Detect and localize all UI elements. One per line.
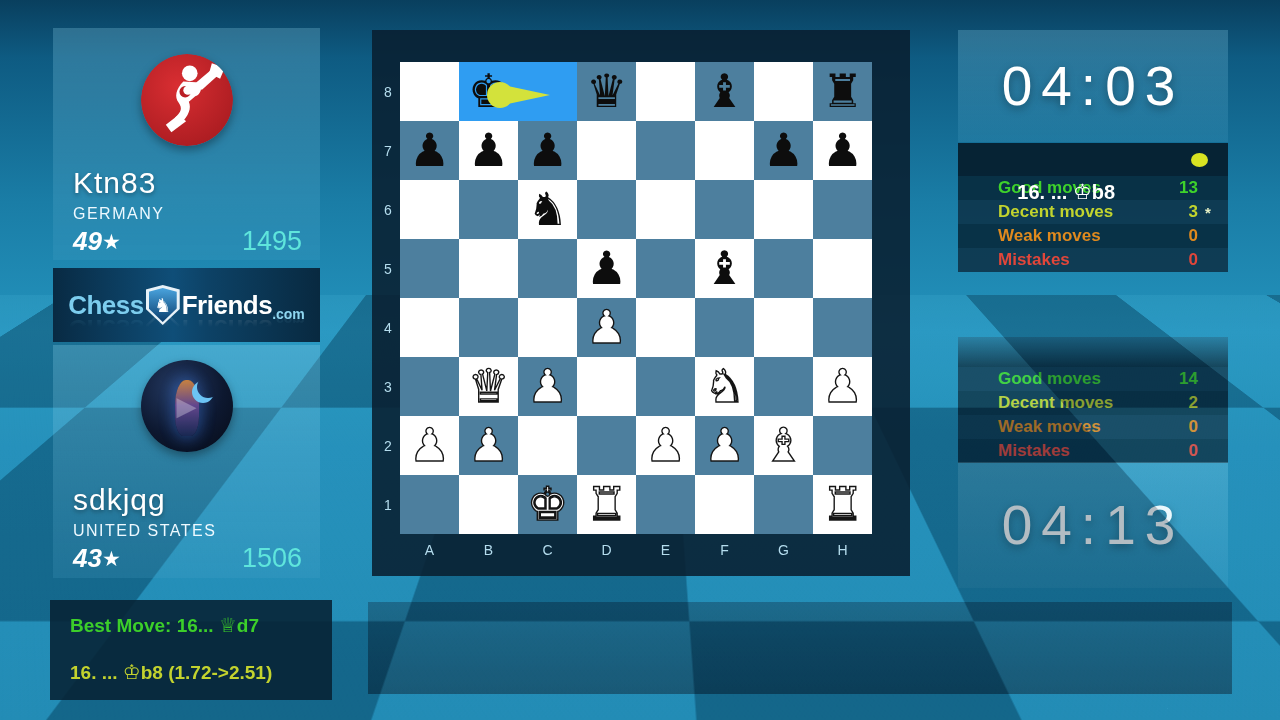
square-c8[interactable] xyxy=(518,62,577,121)
rank-label-8: 8 xyxy=(379,62,397,121)
piece-white-pawn: ♟ xyxy=(586,298,627,357)
piece-white-pawn: ♟ xyxy=(527,357,568,416)
square-g3[interactable] xyxy=(754,357,813,416)
square-d2[interactable] xyxy=(577,416,636,475)
file-label-e: E xyxy=(636,542,695,558)
square-f1[interactable] xyxy=(695,475,754,534)
clock-top: 04:03 xyxy=(958,30,1228,142)
rank-label-6: 6 xyxy=(379,180,397,239)
stat-value: 3 xyxy=(1152,202,1198,222)
stats-spacer xyxy=(958,337,1228,367)
square-d5[interactable]: ♟ xyxy=(577,239,636,298)
square-d3[interactable] xyxy=(577,357,636,416)
rank-label-3: 3 xyxy=(379,357,397,416)
piece-white-knight: ♞ xyxy=(704,357,745,416)
piece-black-pawn: ♟ xyxy=(822,121,863,180)
avatar-bottom: ▶ xyxy=(141,360,233,452)
square-b6[interactable] xyxy=(459,180,518,239)
shield-logo-icon: ♞ xyxy=(146,285,180,325)
square-f7[interactable] xyxy=(695,121,754,180)
square-e8[interactable] xyxy=(636,62,695,121)
square-f4[interactable] xyxy=(695,298,754,357)
square-g2[interactable]: ♝ xyxy=(754,416,813,475)
file-label-c: C xyxy=(518,542,577,558)
square-e5[interactable] xyxy=(636,239,695,298)
piece-black-bishop: ♝ xyxy=(704,62,745,121)
piece-white-rook: ♜ xyxy=(586,475,627,534)
square-c1[interactable]: ♚ xyxy=(518,475,577,534)
play-icon: ▶ xyxy=(177,391,197,421)
square-a4[interactable] xyxy=(400,298,459,357)
piece-black-pawn: ♟ xyxy=(586,239,627,298)
rank-labels: 87654321 xyxy=(379,62,397,534)
square-g4[interactable] xyxy=(754,298,813,357)
stat-row-good-moves: Good moves14 xyxy=(958,367,1228,391)
rank-label-2: 2 xyxy=(379,416,397,475)
square-e2[interactable]: ♟ xyxy=(636,416,695,475)
square-h4[interactable] xyxy=(813,298,872,357)
app-root: Ktn83 GERMANY 49★ 1495 Chess ♞ Friends .… xyxy=(0,0,1280,720)
square-b3[interactable]: ♛ xyxy=(459,357,518,416)
shield-inner: ♞ xyxy=(149,288,177,322)
piece-black-queen: ♛ xyxy=(586,62,627,121)
square-g7[interactable]: ♟ xyxy=(754,121,813,180)
logo-text-friends: Friends xyxy=(182,290,272,321)
square-a2[interactable]: ♟ xyxy=(400,416,459,475)
piece-black-pawn: ♟ xyxy=(409,121,450,180)
analysis-panel-top: 16. ... ♔b8 Good moves13Decent moves3*We… xyxy=(958,143,1228,272)
file-label-f: F xyxy=(695,542,754,558)
knight-icon: ♞ xyxy=(154,296,171,315)
stat-value: 0 xyxy=(1152,250,1198,270)
piece-white-rook: ♜ xyxy=(822,475,863,534)
player-rating: 1506 xyxy=(242,543,302,574)
analysis-panel-bottom: Good moves14Decent moves2Weak moves0Mist… xyxy=(958,337,1228,463)
stat-value: 0 xyxy=(1152,441,1198,461)
square-b1[interactable] xyxy=(459,475,518,534)
square-e7[interactable] xyxy=(636,121,695,180)
square-d4[interactable]: ♟ xyxy=(577,298,636,357)
stat-label: Mistakes xyxy=(958,441,1152,461)
rank-label-1: 1 xyxy=(379,475,397,534)
square-b8[interactable]: ♚ xyxy=(459,62,518,121)
stat-value: 2 xyxy=(1152,393,1198,413)
crescent-icon xyxy=(197,376,219,398)
square-g6[interactable] xyxy=(754,180,813,239)
player-card-top: Ktn83 GERMANY 49★ 1495 xyxy=(53,28,320,260)
square-f5[interactable]: ♝ xyxy=(695,239,754,298)
square-c5[interactable] xyxy=(518,239,577,298)
move-stats-bottom: Good moves14Decent moves2Weak moves0Mist… xyxy=(958,367,1228,463)
square-c6[interactable]: ♞ xyxy=(518,180,577,239)
stat-label: Decent moves xyxy=(958,393,1152,413)
star-icon: ★ xyxy=(102,547,121,571)
king-icon: ♔ xyxy=(123,660,141,684)
square-d6[interactable] xyxy=(577,180,636,239)
square-b2[interactable]: ♟ xyxy=(459,416,518,475)
square-a1[interactable] xyxy=(400,475,459,534)
square-e4[interactable] xyxy=(636,298,695,357)
piece-black-rook: ♜ xyxy=(822,62,863,121)
last-move-row: 16. ... ♔b8 xyxy=(958,143,1228,176)
square-h8[interactable]: ♜ xyxy=(813,62,872,121)
piece-white-pawn: ♟ xyxy=(822,357,863,416)
square-b5[interactable] xyxy=(459,239,518,298)
file-label-b: B xyxy=(459,542,518,558)
logo-text-tld: .com xyxy=(272,306,305,325)
logo-text-chess: Chess xyxy=(68,290,144,321)
square-f8[interactable]: ♝ xyxy=(695,62,754,121)
square-d7[interactable] xyxy=(577,121,636,180)
piece-black-pawn: ♟ xyxy=(763,121,804,180)
square-f2[interactable]: ♟ xyxy=(695,416,754,475)
square-c4[interactable] xyxy=(518,298,577,357)
clock-bottom-time: 04:13 xyxy=(1002,493,1185,557)
king-icon: ♔ xyxy=(1073,180,1092,204)
player-country: GERMANY xyxy=(73,205,164,223)
best-move-line: Best Move: 16... ♕d7 xyxy=(70,613,259,637)
square-c2[interactable] xyxy=(518,416,577,475)
player-card-bottom: ▶ sdkjqg UNITED STATES 43★ 1506 xyxy=(53,345,320,578)
square-b4[interactable] xyxy=(459,298,518,357)
piece-white-queen: ♛ xyxy=(468,357,509,416)
piece-white-pawn: ♟ xyxy=(645,416,686,475)
queen-icon: ♕ xyxy=(219,613,237,637)
player-name: Ktn83 xyxy=(73,166,156,200)
square-g1[interactable] xyxy=(754,475,813,534)
square-g8[interactable] xyxy=(754,62,813,121)
square-c7[interactable]: ♟ xyxy=(518,121,577,180)
square-g5[interactable] xyxy=(754,239,813,298)
star-icon: ★ xyxy=(102,230,121,254)
player-name: sdkjqg xyxy=(73,483,166,517)
file-label-d: D xyxy=(577,542,636,558)
square-f3[interactable]: ♞ xyxy=(695,357,754,416)
stat-label: Weak moves xyxy=(958,417,1152,437)
stat-row-weak-moves: Weak moves0 xyxy=(958,415,1228,439)
file-labels: ABCDEFGH xyxy=(400,542,872,558)
square-a3[interactable] xyxy=(400,357,459,416)
square-b7[interactable]: ♟ xyxy=(459,121,518,180)
square-e1[interactable] xyxy=(636,475,695,534)
piece-black-knight: ♞ xyxy=(527,180,568,239)
best-move-panel: Best Move: 16... ♕d7 16. ... ♔b8 (1.72->… xyxy=(50,600,332,700)
stat-value: 14 xyxy=(1152,369,1198,389)
player-country: UNITED STATES xyxy=(73,522,216,540)
rank-label-5: 5 xyxy=(379,239,397,298)
stat-row-mistakes: Mistakes0 xyxy=(958,439,1228,463)
square-d8[interactable]: ♛ xyxy=(577,62,636,121)
clock-bottom: 04:13 xyxy=(958,462,1228,588)
brand-logo: Chess ♞ Friends .com xyxy=(68,285,305,325)
square-f6[interactable] xyxy=(695,180,754,239)
square-a7[interactable]: ♟ xyxy=(400,121,459,180)
stat-value: 0 xyxy=(1152,417,1198,437)
bottom-info-panel xyxy=(368,602,1232,694)
file-label-h: H xyxy=(813,542,872,558)
player-rating: 1495 xyxy=(242,226,302,257)
square-c3[interactable]: ♟ xyxy=(518,357,577,416)
piece-black-pawn: ♟ xyxy=(468,121,509,180)
file-label-g: G xyxy=(754,542,813,558)
rank-label-7: 7 xyxy=(379,121,397,180)
square-h3[interactable]: ♟ xyxy=(813,357,872,416)
clock-top-time: 04:03 xyxy=(1002,54,1185,118)
square-h1[interactable]: ♜ xyxy=(813,475,872,534)
square-h5[interactable] xyxy=(813,239,872,298)
square-a6[interactable] xyxy=(400,180,459,239)
piece-white-pawn: ♟ xyxy=(468,416,509,475)
star-count: 43★ xyxy=(73,543,121,574)
rank-label-4: 4 xyxy=(379,298,397,357)
dancer-avatar-graphic xyxy=(141,54,233,146)
piece-white-king: ♚ xyxy=(527,475,568,534)
square-h6[interactable] xyxy=(813,180,872,239)
piece-white-bishop: ♝ xyxy=(763,416,804,475)
player-score-row: 49★ 1495 xyxy=(73,226,302,257)
played-move-line: 16. ... ♔b8 (1.72->2.51) xyxy=(70,660,272,684)
piece-black-king: ♚ xyxy=(468,62,509,121)
avatar-top xyxy=(141,54,233,146)
file-label-a: A xyxy=(400,542,459,558)
square-a8[interactable] xyxy=(400,62,459,121)
brand-banner: Chess ♞ Friends .com xyxy=(53,268,320,342)
square-a5[interactable] xyxy=(400,239,459,298)
stat-label: Good moves xyxy=(958,369,1152,389)
piece-black-bishop: ♝ xyxy=(704,239,745,298)
piece-white-pawn: ♟ xyxy=(704,416,745,475)
square-e3[interactable] xyxy=(636,357,695,416)
player-score-row: 43★ 1506 xyxy=(73,543,302,574)
square-h2[interactable] xyxy=(813,416,872,475)
square-e6[interactable] xyxy=(636,180,695,239)
chess-board: 87654321 ♚♛♝♜♟♟♟♟♟♞♟♝♟♛♟♞♟♟♟♟♟♝♚♜♜ ABCDE… xyxy=(372,30,910,576)
stat-note: * xyxy=(1198,204,1218,221)
square-d1[interactable]: ♜ xyxy=(577,475,636,534)
board-squares: ♚♛♝♜♟♟♟♟♟♞♟♝♟♛♟♞♟♟♟♟♟♝♚♜♜ xyxy=(400,62,872,534)
star-count: 49★ xyxy=(73,226,121,257)
stat-value: 0 xyxy=(1152,226,1198,246)
stat-value: 13 xyxy=(1152,178,1198,198)
stat-row-decent-moves: Decent moves2 xyxy=(958,391,1228,415)
piece-white-pawn: ♟ xyxy=(409,416,450,475)
move-quality-dot xyxy=(1191,153,1208,167)
piece-black-pawn: ♟ xyxy=(527,121,568,180)
square-h7[interactable]: ♟ xyxy=(813,121,872,180)
